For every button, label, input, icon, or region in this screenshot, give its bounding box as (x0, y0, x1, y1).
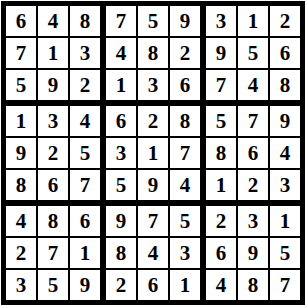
cell-r9c4[interactable]: 2 (106, 270, 136, 300)
cell-r9c9[interactable]: 7 (270, 270, 300, 300)
cell-r6c6[interactable]: 4 (170, 170, 200, 200)
sudoku-box-1: 648713592 (6, 6, 100, 100)
cell-r9c7[interactable]: 4 (206, 270, 236, 300)
cell-r6c3[interactable]: 7 (70, 170, 100, 200)
cell-r4c9[interactable]: 9 (270, 106, 300, 136)
cell-r5c6[interactable]: 7 (170, 138, 200, 168)
cell-r6c1[interactable]: 8 (6, 170, 36, 200)
cell-r5c8[interactable]: 6 (238, 138, 268, 168)
cell-r1c1[interactable]: 6 (6, 6, 36, 36)
cell-r8c1[interactable]: 2 (6, 238, 36, 268)
cell-r7c8[interactable]: 3 (238, 206, 268, 236)
cell-r6c2[interactable]: 6 (38, 170, 68, 200)
cell-r2c3[interactable]: 3 (70, 38, 100, 68)
sudoku-frame: 6487135927594821363129567481349258676283… (0, 0, 306, 306)
sudoku-box-4: 134925867 (6, 106, 100, 200)
cell-r3c8[interactable]: 4 (238, 70, 268, 100)
cell-r7c9[interactable]: 1 (270, 206, 300, 236)
sudoku-board: 6487135927594821363129567481349258676283… (1, 1, 305, 305)
sudoku-box-8: 975843261 (106, 206, 200, 300)
cell-r4c2[interactable]: 3 (38, 106, 68, 136)
cell-r6c7[interactable]: 1 (206, 170, 236, 200)
cell-r2c6[interactable]: 2 (170, 38, 200, 68)
cell-r4c8[interactable]: 7 (238, 106, 268, 136)
cell-r8c9[interactable]: 5 (270, 238, 300, 268)
cell-r2c5[interactable]: 8 (138, 38, 168, 68)
cell-r7c2[interactable]: 8 (38, 206, 68, 236)
cell-r1c5[interactable]: 5 (138, 6, 168, 36)
cell-r5c1[interactable]: 9 (6, 138, 36, 168)
cell-r8c3[interactable]: 1 (70, 238, 100, 268)
cell-r3c9[interactable]: 8 (270, 70, 300, 100)
cell-r9c5[interactable]: 6 (138, 270, 168, 300)
cell-r8c2[interactable]: 7 (38, 238, 68, 268)
cell-r5c9[interactable]: 4 (270, 138, 300, 168)
cell-r5c2[interactable]: 2 (38, 138, 68, 168)
cell-r7c7[interactable]: 2 (206, 206, 236, 236)
sudoku-box-3: 312956748 (206, 6, 300, 100)
cell-r3c2[interactable]: 9 (38, 70, 68, 100)
cell-r1c9[interactable]: 2 (270, 6, 300, 36)
cell-r1c4[interactable]: 7 (106, 6, 136, 36)
cell-r3c7[interactable]: 7 (206, 70, 236, 100)
cell-r7c3[interactable]: 6 (70, 206, 100, 236)
sudoku-box-5: 628317594 (106, 106, 200, 200)
cell-r2c7[interactable]: 9 (206, 38, 236, 68)
cell-r3c5[interactable]: 3 (138, 70, 168, 100)
cell-r9c3[interactable]: 9 (70, 270, 100, 300)
cell-r7c5[interactable]: 7 (138, 206, 168, 236)
cell-r2c9[interactable]: 6 (270, 38, 300, 68)
cell-r1c2[interactable]: 4 (38, 6, 68, 36)
sudoku-box-2: 759482136 (106, 6, 200, 100)
cell-r4c3[interactable]: 4 (70, 106, 100, 136)
cell-r9c6[interactable]: 1 (170, 270, 200, 300)
cell-r5c7[interactable]: 8 (206, 138, 236, 168)
cell-r3c1[interactable]: 5 (6, 70, 36, 100)
cell-r3c3[interactable]: 2 (70, 70, 100, 100)
sudoku-box-9: 231695487 (206, 206, 300, 300)
cell-r6c9[interactable]: 3 (270, 170, 300, 200)
cell-r4c4[interactable]: 6 (106, 106, 136, 136)
cell-r7c4[interactable]: 9 (106, 206, 136, 236)
cell-r2c2[interactable]: 1 (38, 38, 68, 68)
cell-r8c4[interactable]: 8 (106, 238, 136, 268)
cell-r7c1[interactable]: 4 (6, 206, 36, 236)
cell-r4c5[interactable]: 2 (138, 106, 168, 136)
cell-r7c6[interactable]: 5 (170, 206, 200, 236)
cell-r5c3[interactable]: 5 (70, 138, 100, 168)
cell-r6c5[interactable]: 9 (138, 170, 168, 200)
cell-r9c1[interactable]: 3 (6, 270, 36, 300)
cell-r3c6[interactable]: 6 (170, 70, 200, 100)
cell-r5c4[interactable]: 3 (106, 138, 136, 168)
cell-r2c8[interactable]: 5 (238, 38, 268, 68)
cell-r1c8[interactable]: 1 (238, 6, 268, 36)
cell-r4c1[interactable]: 1 (6, 106, 36, 136)
cell-r8c7[interactable]: 6 (206, 238, 236, 268)
cell-r8c8[interactable]: 9 (238, 238, 268, 268)
sudoku-box-7: 486271359 (6, 206, 100, 300)
cell-r6c4[interactable]: 5 (106, 170, 136, 200)
cell-r4c6[interactable]: 8 (170, 106, 200, 136)
cell-r2c1[interactable]: 7 (6, 38, 36, 68)
cell-r1c7[interactable]: 3 (206, 6, 236, 36)
cell-r8c6[interactable]: 3 (170, 238, 200, 268)
sudoku-box-6: 579864123 (206, 106, 300, 200)
cell-r1c3[interactable]: 8 (70, 6, 100, 36)
cell-r9c8[interactable]: 8 (238, 270, 268, 300)
cell-r9c2[interactable]: 5 (38, 270, 68, 300)
cell-r3c4[interactable]: 1 (106, 70, 136, 100)
cell-r8c5[interactable]: 4 (138, 238, 168, 268)
cell-r4c7[interactable]: 5 (206, 106, 236, 136)
cell-r5c5[interactable]: 1 (138, 138, 168, 168)
cell-r2c4[interactable]: 4 (106, 38, 136, 68)
cell-r6c8[interactable]: 2 (238, 170, 268, 200)
cell-r1c6[interactable]: 9 (170, 6, 200, 36)
